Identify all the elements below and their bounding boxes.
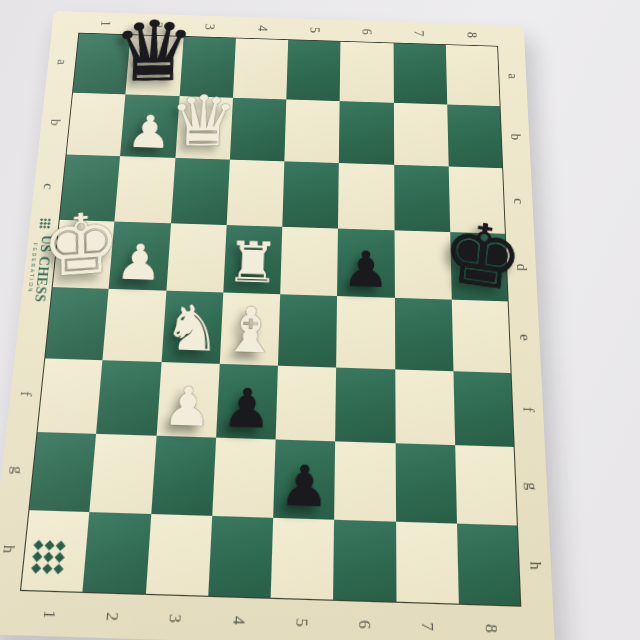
square-g3[interactable] <box>151 436 216 516</box>
piece-black-king[interactable]: ♚ <box>438 210 527 302</box>
chess-mat: US CHESS FEDERATION ♛♟♛♚♟♜♟♚♞♝♟♟♟1234567… <box>0 11 555 640</box>
square-a8[interactable] <box>446 44 501 106</box>
square-d1[interactable]: ♚ <box>52 219 115 289</box>
label-top-8: 8 <box>445 23 498 46</box>
label-right-f: f <box>512 373 545 448</box>
label-bottom-7: 7 <box>396 603 460 640</box>
square-h6[interactable] <box>333 519 396 603</box>
square-c7[interactable] <box>394 165 450 232</box>
square-c4[interactable] <box>226 160 284 227</box>
square-b5[interactable] <box>284 99 340 163</box>
piece-white-queen[interactable]: ♛ <box>168 89 239 156</box>
square-f4[interactable]: ♟ <box>216 363 278 439</box>
square-d6[interactable]: ♟ <box>337 228 394 298</box>
piece-white-pawn[interactable]: ♟ <box>126 110 173 154</box>
square-d5[interactable] <box>280 226 338 296</box>
square-f8[interactable] <box>453 371 514 447</box>
label-right-e: e <box>509 301 542 373</box>
square-c2[interactable] <box>115 156 175 223</box>
label-bottom-3: 3 <box>142 595 208 640</box>
square-g8[interactable] <box>455 445 518 525</box>
label-right-b: b <box>501 106 531 169</box>
label-top-5: 5 <box>288 18 341 40</box>
square-h2[interactable] <box>83 512 151 595</box>
label-bottom-1: 1 <box>15 591 82 637</box>
piece-white-knight[interactable]: ♞ <box>161 298 222 359</box>
square-f7[interactable] <box>395 369 455 445</box>
square-g2[interactable] <box>90 434 156 514</box>
label-bottom-6: 6 <box>333 601 396 640</box>
piece-white-pawn[interactable]: ♟ <box>162 381 213 433</box>
square-b6[interactable] <box>339 101 394 165</box>
square-h5[interactable] <box>271 517 335 601</box>
square-g4[interactable] <box>212 438 276 518</box>
square-f1[interactable] <box>37 358 103 434</box>
square-a7[interactable] <box>393 43 447 105</box>
square-h3[interactable] <box>145 513 212 596</box>
square-g1[interactable] <box>28 432 96 512</box>
label-bottom-5: 5 <box>269 599 333 640</box>
square-e2[interactable] <box>103 289 166 362</box>
square-e3[interactable]: ♞ <box>161 291 223 364</box>
piece-white-bishop[interactable]: ♝ <box>220 300 280 361</box>
square-g6[interactable] <box>334 441 395 521</box>
square-d4[interactable]: ♜ <box>223 225 282 295</box>
piece-black-pawn[interactable]: ♟ <box>343 246 389 294</box>
square-e5[interactable] <box>278 294 337 367</box>
label-right-g: g <box>515 447 549 526</box>
label-bottom-8: 8 <box>459 605 524 640</box>
square-a5[interactable] <box>286 39 340 100</box>
square-e8[interactable] <box>452 300 512 373</box>
square-f5[interactable] <box>276 365 337 441</box>
square-f6[interactable] <box>335 367 395 443</box>
label-top-7: 7 <box>393 22 446 45</box>
label-bottom-2: 2 <box>79 593 145 639</box>
label-top-4: 4 <box>236 17 289 39</box>
square-h4[interactable] <box>208 515 273 598</box>
square-f3[interactable]: ♟ <box>156 362 219 438</box>
piece-white-rook[interactable]: ♜ <box>225 235 280 290</box>
square-a6[interactable] <box>340 41 394 102</box>
square-b8[interactable] <box>447 104 503 168</box>
square-d8[interactable]: ♚ <box>450 232 509 302</box>
piece-white-king[interactable]: ♚ <box>41 202 122 287</box>
square-g5[interactable]: ♟ <box>273 439 335 519</box>
square-h1[interactable] <box>20 510 90 593</box>
piece-black-pawn[interactable]: ♟ <box>222 383 272 435</box>
square-b1[interactable] <box>66 92 126 156</box>
us-chess-corner-logo-icon <box>24 530 73 584</box>
square-h8[interactable] <box>457 523 522 607</box>
square-a4[interactable] <box>233 38 288 99</box>
label-right-h: h <box>518 525 553 608</box>
label-right-a: a <box>498 46 528 107</box>
label-bottom-4: 4 <box>206 597 271 640</box>
square-b7[interactable] <box>393 102 448 166</box>
photo-background: US CHESS FEDERATION ♛♟♛♚♟♜♟♚♞♝♟♟♟1234567… <box>0 0 640 640</box>
piece-black-pawn[interactable]: ♟ <box>279 460 330 515</box>
piece-white-pawn[interactable]: ♟ <box>114 239 164 287</box>
square-e4[interactable]: ♝ <box>220 292 281 365</box>
square-e1[interactable] <box>44 287 109 360</box>
square-f2[interactable] <box>96 360 161 436</box>
square-c6[interactable] <box>338 163 394 230</box>
square-e7[interactable] <box>394 298 453 371</box>
square-b3[interactable]: ♛ <box>175 96 233 160</box>
square-c3[interactable] <box>171 158 230 225</box>
square-e6[interactable] <box>336 296 394 369</box>
label-top-6: 6 <box>341 20 393 43</box>
square-c5[interactable] <box>282 161 339 228</box>
square-h7[interactable] <box>396 521 459 605</box>
square-g7[interactable] <box>395 443 457 523</box>
square-d3[interactable] <box>166 223 226 293</box>
